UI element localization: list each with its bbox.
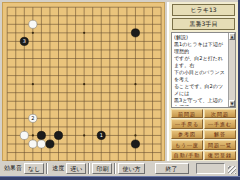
help-button[interactable]: 使い方 xyxy=(118,163,144,174)
speed-label: 速度 xyxy=(50,164,66,173)
prev-problem-button[interactable]: 前問題 xyxy=(171,109,203,118)
side-panel: ヒラキ13 黒番3手目 (解説) 黒1のヒラキは下辺が理想的 ですが、白2と打た… xyxy=(167,2,238,161)
scroll-up-icon[interactable]: ▲ xyxy=(229,33,235,40)
panel-button-grid: 前問題 次問題 一手戻る 一手進む 参考図 解答 もう一度 問題一覧 自動/手動… xyxy=(171,109,236,160)
sound-effect-value-button[interactable]: なし xyxy=(24,163,44,174)
go-board-svg: 321 xyxy=(3,3,166,162)
status-area xyxy=(196,163,225,174)
commentary-box[interactable]: (解説) 黒1のヒラキは下辺が理想的 ですが、白2と打たれます。右 下の小目との… xyxy=(171,32,236,108)
quit-button[interactable]: 終了 xyxy=(155,163,189,174)
black-stone xyxy=(37,131,45,139)
toolbar-divider xyxy=(114,163,116,174)
white-stone xyxy=(29,20,37,28)
black-stone xyxy=(131,140,139,148)
next-problem-button[interactable]: 次問題 xyxy=(204,109,236,118)
commentary-text: (解説) 黒1のヒラキは下辺が理想的 ですが、白2と打たれます。右 下の小目との… xyxy=(174,34,227,106)
retry-button[interactable]: もう一度 xyxy=(171,140,203,149)
bottom-toolbar: 効果音 なし 速度 遅い 印刷 使い方 終了 xyxy=(0,161,240,176)
resize-grip[interactable] xyxy=(228,166,236,174)
problem-title-header: ヒラキ13 xyxy=(172,4,235,16)
app-window: 321 ヒラキ13 黒番3手目 (解説) 黒1のヒラキは下辺が理想的 ですが、白… xyxy=(0,0,240,180)
toolbar-divider xyxy=(46,163,48,174)
black-stone xyxy=(131,29,139,37)
go-board[interactable]: 321 xyxy=(2,2,165,161)
black-stone xyxy=(46,140,54,148)
commentary-scrollbar[interactable]: ▲ ▼ xyxy=(228,33,235,107)
auto-manual-button[interactable]: 自動/手動 xyxy=(171,151,203,160)
toolbar-divider xyxy=(88,163,90,174)
print-button[interactable]: 印刷 xyxy=(92,163,112,174)
sound-effect-label: 効果音 xyxy=(2,164,24,173)
window-edge-bottom xyxy=(0,176,240,180)
problem-list-button[interactable]: 問題一覧 xyxy=(204,140,236,149)
window-edge-right xyxy=(238,0,240,180)
speed-value-button[interactable]: 遅い xyxy=(66,163,86,174)
move-number-label: 1 xyxy=(100,132,103,138)
white-stone xyxy=(29,140,37,148)
move-number-label: 3 xyxy=(23,38,26,44)
white-stone xyxy=(20,131,28,139)
turn-indicator-header: 黒番3手目 xyxy=(172,18,235,30)
move-number-label: 2 xyxy=(31,115,34,121)
white-stone xyxy=(37,140,45,148)
answer-button[interactable]: 解答 xyxy=(204,130,236,139)
undo-move-button[interactable]: 一手戻る xyxy=(171,119,203,128)
scroll-down-icon[interactable]: ▼ xyxy=(229,100,235,107)
forward-move-button[interactable]: 一手進む xyxy=(204,119,236,128)
review-register-button[interactable]: 復習登録 xyxy=(204,151,236,160)
black-stone xyxy=(54,131,62,139)
reference-diagram-button[interactable]: 参考図 xyxy=(171,130,203,139)
